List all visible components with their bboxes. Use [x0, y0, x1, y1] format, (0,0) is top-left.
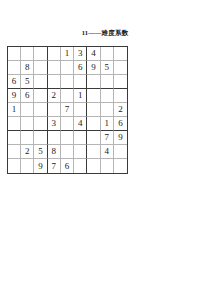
- cell-r4c6[interactable]: 1: [74, 89, 87, 103]
- cell-r1c7[interactable]: 4: [87, 47, 100, 61]
- cell-r3c9[interactable]: [114, 75, 127, 89]
- cell-r3c3[interactable]: [34, 75, 47, 89]
- cell-r6c5[interactable]: [61, 117, 74, 131]
- cell-r1c9[interactable]: [114, 47, 127, 61]
- cell-r3c5[interactable]: [61, 75, 74, 89]
- cell-r6c6[interactable]: 4: [74, 117, 87, 131]
- cell-r5c1[interactable]: 1: [8, 103, 21, 117]
- cell-r4c2[interactable]: 6: [21, 89, 34, 103]
- cell-r7c7[interactable]: [87, 131, 100, 145]
- cell-r2c9[interactable]: [114, 61, 127, 75]
- page-title: 11——难度系数: [0, 29, 210, 38]
- cell-r7c6[interactable]: [74, 131, 87, 145]
- cell-r7c4[interactable]: [48, 131, 61, 145]
- cell-r2c6[interactable]: 6: [74, 61, 87, 75]
- cell-r5c4[interactable]: [48, 103, 61, 117]
- cell-r5c8[interactable]: [101, 103, 114, 117]
- cell-r5c5[interactable]: 7: [61, 103, 74, 117]
- cell-r5c7[interactable]: [87, 103, 100, 117]
- cell-r8c6[interactable]: [74, 145, 87, 159]
- cell-r4c5[interactable]: [61, 89, 74, 103]
- cell-r9c2[interactable]: [21, 159, 34, 173]
- cell-r3c2[interactable]: 5: [21, 75, 34, 89]
- cell-r2c8[interactable]: 5: [101, 61, 114, 75]
- cell-r3c8[interactable]: [101, 75, 114, 89]
- cell-r1c2[interactable]: [21, 47, 34, 61]
- cell-r2c2[interactable]: 8: [21, 61, 34, 75]
- cell-r8c3[interactable]: 5: [34, 145, 47, 159]
- cell-r9c8[interactable]: [101, 159, 114, 173]
- cell-r6c4[interactable]: 3: [48, 117, 61, 131]
- cell-r7c8[interactable]: 7: [101, 131, 114, 145]
- cell-r9c9[interactable]: [114, 159, 127, 173]
- cell-r6c7[interactable]: [87, 117, 100, 131]
- cell-r4c9[interactable]: [114, 89, 127, 103]
- cell-r9c3[interactable]: 9: [34, 159, 47, 173]
- cell-r4c1[interactable]: 9: [8, 89, 21, 103]
- cell-r2c7[interactable]: 9: [87, 61, 100, 75]
- cell-r9c5[interactable]: 6: [61, 159, 74, 173]
- cell-r8c7[interactable]: [87, 145, 100, 159]
- cell-r8c5[interactable]: [61, 145, 74, 159]
- cell-r9c4[interactable]: 7: [48, 159, 61, 173]
- cell-r5c2[interactable]: [21, 103, 34, 117]
- cell-r2c4[interactable]: [48, 61, 61, 75]
- cell-r6c8[interactable]: 1: [101, 117, 114, 131]
- cell-r7c2[interactable]: [21, 131, 34, 145]
- cell-r5c9[interactable]: 2: [114, 103, 127, 117]
- cell-r3c6[interactable]: [74, 75, 87, 89]
- cell-r4c4[interactable]: 2: [48, 89, 61, 103]
- cell-r5c6[interactable]: [74, 103, 87, 117]
- cell-r4c8[interactable]: [101, 89, 114, 103]
- cell-r2c5[interactable]: [61, 61, 74, 75]
- cell-r8c4[interactable]: 8: [48, 145, 61, 159]
- cell-r8c1[interactable]: [8, 145, 21, 159]
- cell-r1c6[interactable]: 3: [74, 47, 87, 61]
- cell-r7c9[interactable]: 9: [114, 131, 127, 145]
- cell-r1c1[interactable]: [8, 47, 21, 61]
- cell-r7c1[interactable]: [8, 131, 21, 145]
- cell-r1c3[interactable]: [34, 47, 47, 61]
- sudoku-page: 11——难度系数 13486956596211723416792584976: [0, 0, 210, 297]
- cell-r3c7[interactable]: [87, 75, 100, 89]
- cell-r6c9[interactable]: 6: [114, 117, 127, 131]
- cell-r3c1[interactable]: 6: [8, 75, 21, 89]
- cell-r9c7[interactable]: [87, 159, 100, 173]
- cell-r1c8[interactable]: [101, 47, 114, 61]
- sudoku-grid: 13486956596211723416792584976: [7, 46, 128, 174]
- cell-r2c3[interactable]: [34, 61, 47, 75]
- cell-r8c2[interactable]: 2: [21, 145, 34, 159]
- cell-r3c4[interactable]: [48, 75, 61, 89]
- cell-r1c5[interactable]: 1: [61, 47, 74, 61]
- cell-r9c6[interactable]: [74, 159, 87, 173]
- cell-r8c9[interactable]: [114, 145, 127, 159]
- cell-r4c7[interactable]: [87, 89, 100, 103]
- cell-r6c3[interactable]: [34, 117, 47, 131]
- cell-r4c3[interactable]: [34, 89, 47, 103]
- cell-r9c1[interactable]: [8, 159, 21, 173]
- cell-r6c2[interactable]: [21, 117, 34, 131]
- cell-r5c3[interactable]: [34, 103, 47, 117]
- cell-r7c5[interactable]: [61, 131, 74, 145]
- cell-r6c1[interactable]: [8, 117, 21, 131]
- cell-r2c1[interactable]: [8, 61, 21, 75]
- cell-r7c3[interactable]: [34, 131, 47, 145]
- cell-r8c8[interactable]: 4: [101, 145, 114, 159]
- cell-r1c4[interactable]: [48, 47, 61, 61]
